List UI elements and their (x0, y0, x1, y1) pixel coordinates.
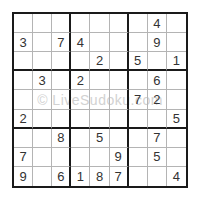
sudoku-cell-r6c8[interactable] (148, 110, 167, 129)
sudoku-cell-r5c5[interactable] (90, 90, 109, 109)
sudoku-cell-r8c6[interactable]: 9 (110, 148, 129, 167)
sudoku-board: © LiveSudoku.com 43749251326722585779596… (12, 12, 188, 188)
sudoku-cell-r7c1[interactable] (14, 129, 33, 148)
sudoku-cell-r8c2[interactable] (33, 148, 52, 167)
sudoku-cell-r2c3[interactable]: 7 (52, 33, 71, 52)
sudoku-cell-r8c8[interactable]: 5 (148, 148, 167, 167)
sudoku-cell-r2c1[interactable]: 3 (14, 33, 33, 52)
sudoku-cell-r8c9[interactable] (167, 148, 186, 167)
sudoku-cell-r5c1[interactable] (14, 90, 33, 109)
sudoku-cell-r2c9[interactable] (167, 33, 186, 52)
sudoku-cell-r9c2[interactable] (33, 167, 52, 186)
sudoku-cell-r4c1[interactable] (14, 71, 33, 90)
sudoku-cell-r3c6[interactable] (110, 52, 129, 71)
sudoku-cell-r9c7[interactable] (129, 167, 148, 186)
sudoku-cell-r1c4[interactable] (71, 14, 90, 33)
sudoku-cell-r4c9[interactable] (167, 71, 186, 90)
sudoku-cell-r7c6[interactable] (110, 129, 129, 148)
sudoku-grid: 437492513267225857795961874 (14, 14, 186, 186)
sudoku-cell-r5c2[interactable] (33, 90, 52, 109)
sudoku-cell-r9c3[interactable]: 6 (52, 167, 71, 186)
sudoku-cell-r7c2[interactable] (33, 129, 52, 148)
sudoku-cell-r7c9[interactable] (167, 129, 186, 148)
sudoku-cell-r3c9[interactable]: 1 (167, 52, 186, 71)
sudoku-cell-r4c8[interactable]: 6 (148, 71, 167, 90)
sudoku-cell-r7c8[interactable]: 7 (148, 129, 167, 148)
sudoku-cell-r6c2[interactable] (33, 110, 52, 129)
sudoku-cell-r6c6[interactable] (110, 110, 129, 129)
sudoku-cell-r2c7[interactable] (129, 33, 148, 52)
sudoku-cell-r3c4[interactable] (71, 52, 90, 71)
sudoku-cell-r3c3[interactable] (52, 52, 71, 71)
sudoku-cell-r1c2[interactable] (33, 14, 52, 33)
sudoku-cell-r5c4[interactable] (71, 90, 90, 109)
sudoku-cell-r1c6[interactable] (110, 14, 129, 33)
sudoku-cell-r7c3[interactable]: 8 (52, 129, 71, 148)
sudoku-cell-r5c9[interactable] (167, 90, 186, 109)
sudoku-cell-r2c8[interactable]: 9 (148, 33, 167, 52)
sudoku-cell-r1c5[interactable] (90, 14, 109, 33)
sudoku-cell-r7c7[interactable] (129, 129, 148, 148)
sudoku-cell-r6c4[interactable] (71, 110, 90, 129)
sudoku-cell-r1c7[interactable] (129, 14, 148, 33)
sudoku-cell-r2c4[interactable]: 4 (71, 33, 90, 52)
sudoku-cell-r8c3[interactable] (52, 148, 71, 167)
sudoku-cell-r6c7[interactable] (129, 110, 148, 129)
sudoku-cell-r6c5[interactable] (90, 110, 109, 129)
sudoku-cell-r7c4[interactable] (71, 129, 90, 148)
sudoku-cell-r4c2[interactable]: 3 (33, 71, 52, 90)
sudoku-cell-r6c9[interactable]: 5 (167, 110, 186, 129)
sudoku-cell-r1c1[interactable] (14, 14, 33, 33)
sudoku-cell-r3c8[interactable] (148, 52, 167, 71)
sudoku-cell-r4c4[interactable]: 2 (71, 71, 90, 90)
sudoku-cell-r4c6[interactable] (110, 71, 129, 90)
sudoku-cell-r8c1[interactable]: 7 (14, 148, 33, 167)
sudoku-cell-r1c8[interactable]: 4 (148, 14, 167, 33)
sudoku-cell-r2c6[interactable] (110, 33, 129, 52)
sudoku-cell-r8c4[interactable] (71, 148, 90, 167)
sudoku-cell-r6c1[interactable]: 2 (14, 110, 33, 129)
sudoku-cell-r9c9[interactable]: 4 (167, 167, 186, 186)
sudoku-cell-r7c5[interactable]: 5 (90, 129, 109, 148)
sudoku-cell-r2c2[interactable] (33, 33, 52, 52)
sudoku-cell-r3c7[interactable]: 5 (129, 52, 148, 71)
sudoku-cell-r9c8[interactable] (148, 167, 167, 186)
sudoku-cell-r3c5[interactable]: 2 (90, 52, 109, 71)
sudoku-cell-r9c1[interactable]: 9 (14, 167, 33, 186)
sudoku-cell-r3c1[interactable] (14, 52, 33, 71)
sudoku-cell-r9c6[interactable]: 7 (110, 167, 129, 186)
sudoku-cell-r5c3[interactable] (52, 90, 71, 109)
sudoku-cell-r8c7[interactable] (129, 148, 148, 167)
sudoku-cell-r5c6[interactable] (110, 90, 129, 109)
sudoku-cell-r6c3[interactable] (52, 110, 71, 129)
sudoku-cell-r8c5[interactable] (90, 148, 109, 167)
sudoku-cell-r5c8[interactable]: 2 (148, 90, 167, 109)
sudoku-cell-r1c9[interactable] (167, 14, 186, 33)
sudoku-cell-r4c3[interactable] (52, 71, 71, 90)
sudoku-cell-r4c7[interactable] (129, 71, 148, 90)
sudoku-cell-r3c2[interactable] (33, 52, 52, 71)
sudoku-cell-r1c3[interactable] (52, 14, 71, 33)
sudoku-cell-r4c5[interactable] (90, 71, 109, 90)
sudoku-cell-r2c5[interactable] (90, 33, 109, 52)
sudoku-cell-r5c7[interactable]: 7 (129, 90, 148, 109)
sudoku-cell-r9c4[interactable]: 1 (71, 167, 90, 186)
sudoku-cell-r9c5[interactable]: 8 (90, 167, 109, 186)
